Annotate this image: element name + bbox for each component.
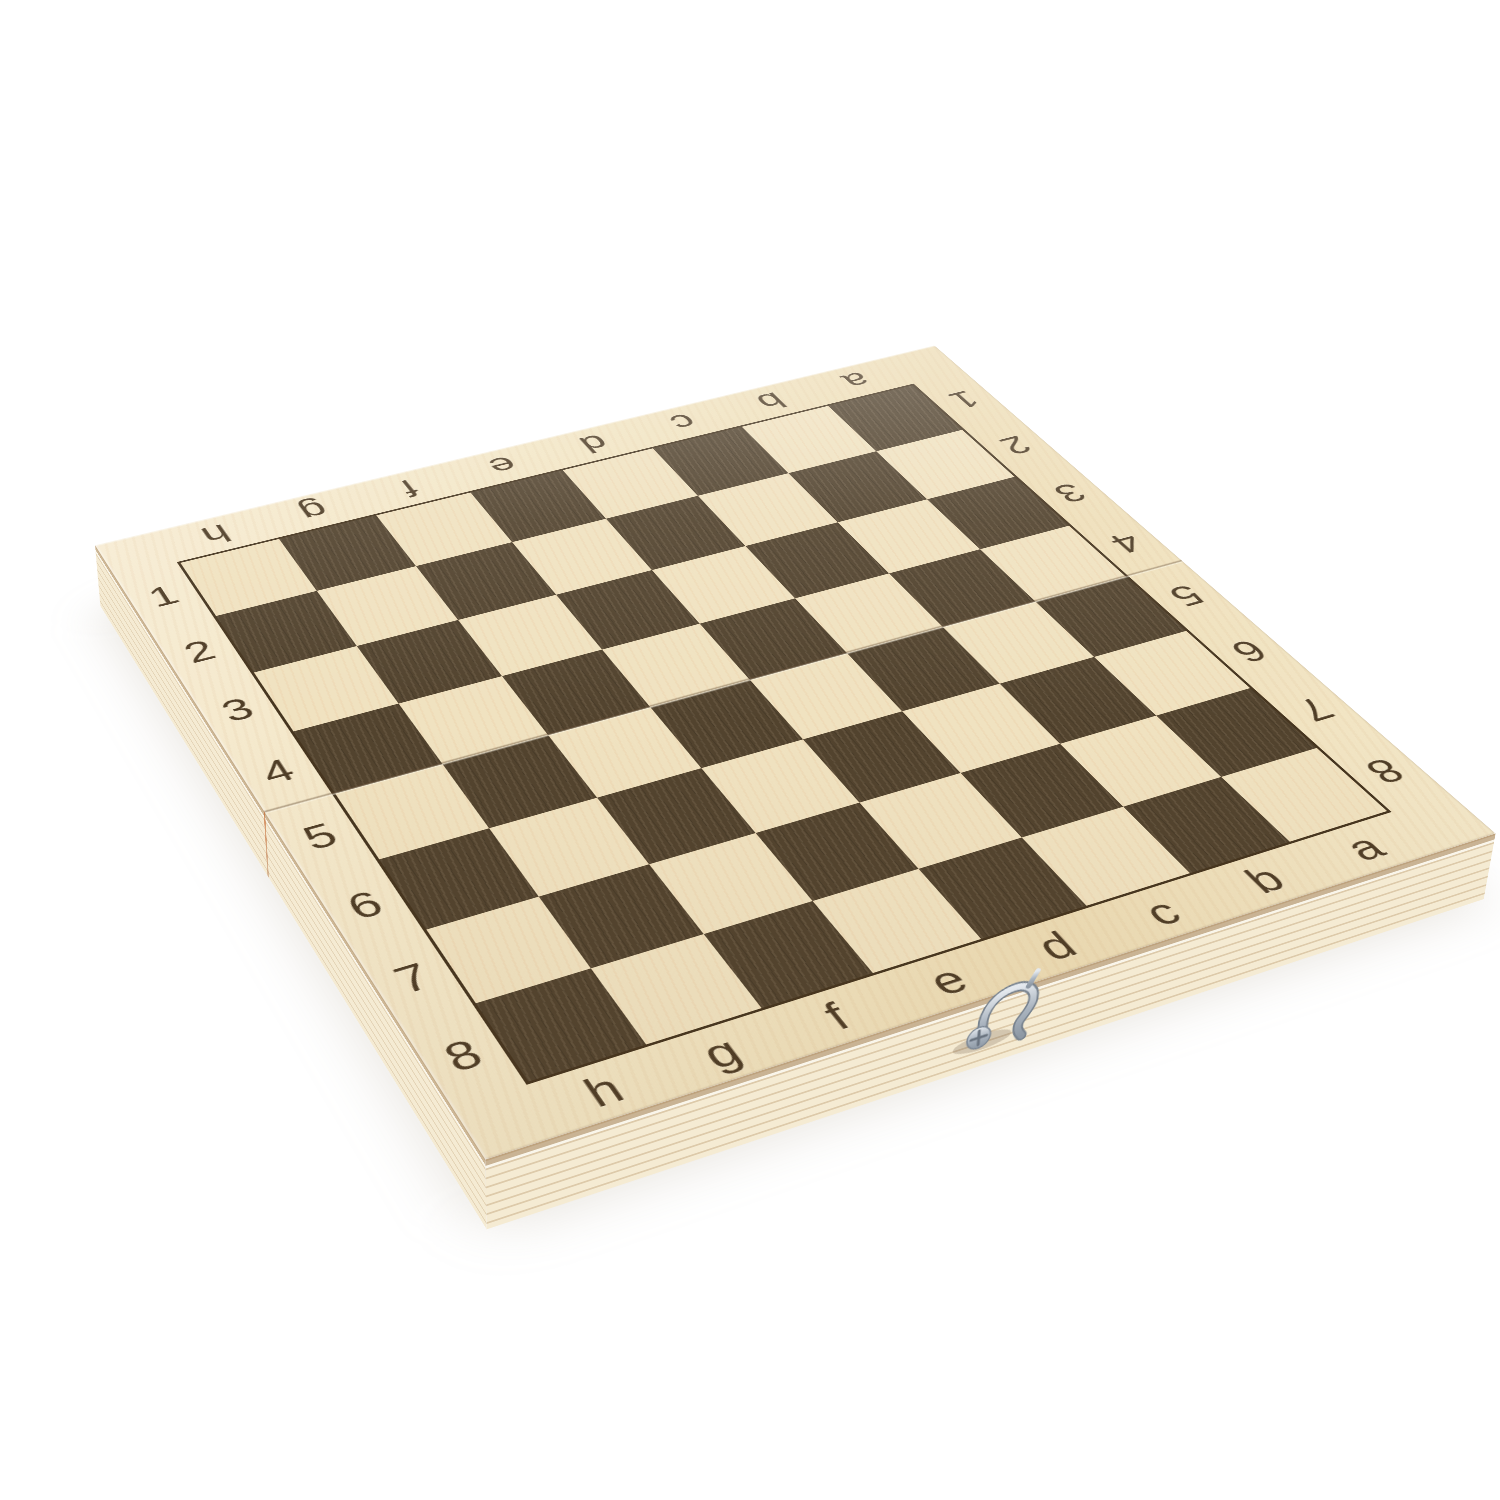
- square-e8: [812, 869, 981, 973]
- coord-label-8: 8: [1320, 731, 1449, 812]
- square-d7: [859, 773, 1022, 869]
- square-f7: [648, 833, 812, 934]
- square-b8: [1123, 777, 1290, 873]
- square-h4: [293, 703, 442, 793]
- square-h6: [379, 828, 538, 929]
- square-g6: [489, 798, 648, 896]
- square-h8: [476, 968, 647, 1081]
- folding-chessboard: hgfedcba hgfedcba 12345678 12345678: [95, 345, 1496, 1159]
- square-d6: [803, 711, 960, 802]
- square-c7: [961, 744, 1123, 838]
- square-e6: [701, 740, 859, 833]
- fold-seam-crack: [264, 811, 269, 879]
- square-b7: [1059, 715, 1220, 806]
- square-a7: [1156, 688, 1317, 777]
- coord-label-7: 7: [1253, 671, 1378, 748]
- square-c8: [1022, 807, 1190, 906]
- square-g4: [399, 676, 548, 764]
- product-photo-scene: hgfedcba hgfedcba 12345678 12345678: [0, 0, 1500, 1500]
- square-d8: [918, 837, 1086, 939]
- square-h5: [335, 764, 489, 859]
- square-f8: [703, 901, 873, 1008]
- square-h7: [426, 896, 591, 1003]
- square-g5: [443, 735, 597, 828]
- board-top-face: hgfedcba hgfedcba 12345678 12345678: [95, 345, 1496, 1159]
- square-c6: [902, 684, 1059, 773]
- file-labels-bottom: hgfedcba: [527, 812, 1437, 1135]
- square-e5: [650, 680, 803, 768]
- square-e7: [755, 802, 918, 901]
- square-g7: [539, 864, 703, 968]
- square-g8: [591, 934, 761, 1044]
- square-f6: [597, 768, 755, 864]
- square-a8: [1221, 748, 1387, 842]
- square-f5: [548, 707, 701, 798]
